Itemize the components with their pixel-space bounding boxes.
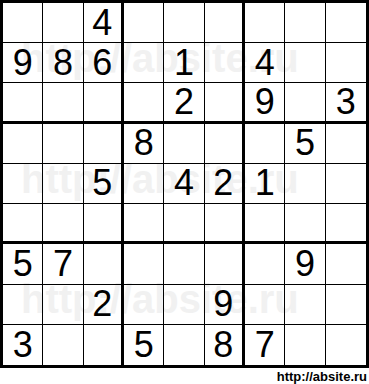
sudoku-cell-r1c4: [124, 3, 164, 43]
sudoku-cell-r1c9: [326, 3, 366, 43]
sudoku-cell-r6c8: [285, 204, 325, 244]
sudoku-page: http://absite.ru http://absite.ru http:/…: [0, 0, 369, 384]
sudoku-cell-r9c6: 8: [205, 325, 245, 365]
sudoku-cell-r3c2: [43, 83, 83, 123]
sudoku-cell-r1c8: [285, 3, 325, 43]
sudoku-cell-r7c3: [84, 244, 124, 284]
sudoku-cell-r8c4: [124, 285, 164, 325]
sudoku-cell-r2c2: 8: [43, 43, 83, 83]
sudoku-cell-r1c5: [164, 3, 204, 43]
sudoku-cell-r9c2: [43, 325, 83, 365]
sudoku-cell-r5c9: [326, 164, 366, 204]
sudoku-cell-r2c8: [285, 43, 325, 83]
sudoku-cell-r5c7: 1: [245, 164, 285, 204]
sudoku-cell-r5c8: [285, 164, 325, 204]
sudoku-cell-r1c2: [43, 3, 83, 43]
sudoku-cell-r6c4: [124, 204, 164, 244]
sudoku-cell-r4c1: [3, 124, 43, 164]
sudoku-cell-r4c5: [164, 124, 204, 164]
sudoku-cell-r6c2: [43, 204, 83, 244]
sudoku-cell-r2c7: 4: [245, 43, 285, 83]
sudoku-cell-r3c6: [205, 83, 245, 123]
sudoku-cell-r3c9: 3: [326, 83, 366, 123]
sudoku-cell-r5c5: 4: [164, 164, 204, 204]
sudoku-cell-r7c1: 5: [3, 244, 43, 284]
sudoku-cell-r6c3: [84, 204, 124, 244]
sudoku-cell-r8c7: [245, 285, 285, 325]
sudoku-cell-r2c5: 1: [164, 43, 204, 83]
site-link[interactable]: http://absite.ru: [277, 370, 367, 383]
sudoku-cell-r3c5: 2: [164, 83, 204, 123]
sudoku-cell-r2c6: [205, 43, 245, 83]
sudoku-cell-r8c6: 9: [205, 285, 245, 325]
sudoku-cell-r5c4: [124, 164, 164, 204]
sudoku-cell-r1c1: [3, 3, 43, 43]
sudoku-cell-r6c6: [205, 204, 245, 244]
sudoku-cell-r5c2: [43, 164, 83, 204]
sudoku-cell-r4c2: [43, 124, 83, 164]
sudoku-cell-r4c6: [205, 124, 245, 164]
sudoku-cell-r7c5: [164, 244, 204, 284]
sudoku-cell-r2c1: 9: [3, 43, 43, 83]
sudoku-cell-r9c5: [164, 325, 204, 365]
sudoku-cell-r8c1: [3, 285, 43, 325]
sudoku-cell-r9c8: [285, 325, 325, 365]
sudoku-cell-r3c8: [285, 83, 325, 123]
sudoku-cell-r3c3: [84, 83, 124, 123]
sudoku-cell-r7c6: [205, 244, 245, 284]
sudoku-cell-r1c6: [205, 3, 245, 43]
sudoku-cell-r9c9: [326, 325, 366, 365]
sudoku-cell-r9c4: 5: [124, 325, 164, 365]
sudoku-cell-r5c6: 2: [205, 164, 245, 204]
sudoku-cell-r7c9: [326, 244, 366, 284]
sudoku-cell-r8c3: 2: [84, 285, 124, 325]
sudoku-cell-r8c9: [326, 285, 366, 325]
sudoku-cell-r9c7: 7: [245, 325, 285, 365]
sudoku-cell-r3c4: [124, 83, 164, 123]
sudoku-cell-r3c7: 9: [245, 83, 285, 123]
sudoku-cell-r9c3: [84, 325, 124, 365]
sudoku-cell-r4c7: [245, 124, 285, 164]
sudoku-cell-r7c4: [124, 244, 164, 284]
sudoku-cell-r4c8: 5: [285, 124, 325, 164]
sudoku-cell-r7c2: 7: [43, 244, 83, 284]
sudoku-cell-r6c7: [245, 204, 285, 244]
sudoku-cell-r7c7: [245, 244, 285, 284]
sudoku-cell-r4c3: [84, 124, 124, 164]
sudoku-cell-r8c8: [285, 285, 325, 325]
sudoku-cell-r5c1: [3, 164, 43, 204]
sudoku-cell-r6c5: [164, 204, 204, 244]
sudoku-cell-r1c3: 4: [84, 3, 124, 43]
sudoku-cell-r9c1: 3: [3, 325, 43, 365]
sudoku-cell-r2c9: [326, 43, 366, 83]
sudoku-cell-r4c4: 8: [124, 124, 164, 164]
sudoku-cell-r7c8: 9: [285, 244, 325, 284]
sudoku-cell-r5c3: 5: [84, 164, 124, 204]
sudoku-board: http://absite.ru http://absite.ru http:/…: [0, 0, 369, 368]
sudoku-cell-r1c7: [245, 3, 285, 43]
sudoku-grid: 498614293855421579293587: [3, 3, 366, 365]
sudoku-cell-r6c9: [326, 204, 366, 244]
sudoku-cell-r3c1: [3, 83, 43, 123]
sudoku-cell-r2c4: [124, 43, 164, 83]
sudoku-cell-r8c2: [43, 285, 83, 325]
sudoku-cell-r4c9: [326, 124, 366, 164]
sudoku-cell-r6c1: [3, 204, 43, 244]
sudoku-cell-r8c5: [164, 285, 204, 325]
sudoku-cell-r2c3: 6: [84, 43, 124, 83]
footer-bar: http://absite.ru: [0, 368, 369, 384]
